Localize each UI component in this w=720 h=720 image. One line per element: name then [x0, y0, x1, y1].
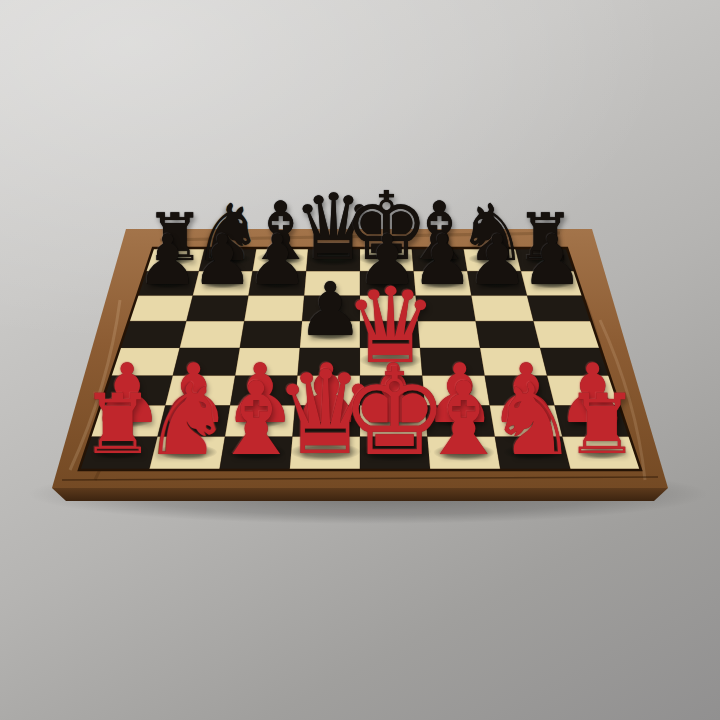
square-f4 — [420, 348, 485, 376]
square-f2 — [425, 406, 495, 437]
square-e8 — [360, 248, 414, 271]
square-d2 — [293, 406, 360, 437]
square-g3 — [485, 376, 555, 406]
square-g2 — [490, 406, 563, 437]
square-a6 — [129, 296, 193, 322]
square-f3 — [422, 376, 489, 406]
square-e7 — [360, 271, 416, 295]
square-b5 — [180, 321, 245, 348]
square-a3 — [100, 376, 172, 406]
square-c8 — [253, 248, 309, 271]
square-f5 — [418, 321, 480, 348]
square-b4 — [173, 348, 240, 376]
square-h7 — [521, 271, 583, 295]
square-b7 — [193, 271, 253, 295]
square-h5 — [534, 321, 601, 348]
square-h3 — [547, 376, 619, 406]
board-front-rim — [52, 488, 668, 501]
square-b3 — [165, 376, 235, 406]
square-d3 — [295, 376, 360, 406]
square-f6 — [416, 296, 476, 322]
square-c6 — [244, 296, 304, 322]
square-c5 — [240, 321, 302, 348]
square-d5 — [300, 321, 360, 348]
square-b1 — [149, 437, 225, 470]
square-g6 — [471, 296, 533, 322]
playing-area — [79, 248, 641, 470]
square-e3 — [360, 376, 425, 406]
square-a2 — [90, 406, 165, 437]
square-c2 — [225, 406, 295, 437]
square-b2 — [158, 406, 231, 437]
square-e5 — [360, 321, 420, 348]
square-h1 — [562, 437, 641, 470]
square-g4 — [480, 348, 547, 376]
square-e4 — [360, 348, 422, 376]
scene: ♜♞♝♛♚♝♞♜♟♟♟♟♟♟♟♟♛♟♟♟♟♟♟♟♟♜♞♝♛♚♝♞♜ — [0, 0, 720, 720]
square-d1 — [290, 437, 360, 470]
square-d4 — [298, 348, 360, 376]
square-g5 — [476, 321, 541, 348]
square-f7 — [414, 271, 472, 295]
square-a8 — [145, 248, 205, 271]
square-h4 — [540, 348, 609, 376]
chess-board — [0, 0, 720, 720]
square-e1 — [360, 437, 430, 470]
square-e2 — [360, 406, 427, 437]
square-f8 — [412, 248, 468, 271]
square-c7 — [249, 271, 307, 295]
square-c3 — [230, 376, 297, 406]
square-h8 — [515, 248, 575, 271]
square-g7 — [467, 271, 527, 295]
square-d7 — [304, 271, 360, 295]
square-c1 — [220, 437, 293, 470]
square-c4 — [235, 348, 300, 376]
square-g8 — [464, 248, 522, 271]
square-g1 — [495, 437, 571, 470]
square-e6 — [360, 296, 418, 322]
square-b6 — [186, 296, 248, 322]
square-a4 — [110, 348, 179, 376]
square-a1 — [79, 437, 158, 470]
square-a5 — [120, 321, 187, 348]
square-d8 — [306, 248, 360, 271]
square-d6 — [302, 296, 360, 322]
square-h2 — [555, 406, 630, 437]
square-b8 — [199, 248, 257, 271]
square-f1 — [427, 437, 500, 470]
square-h6 — [527, 296, 591, 322]
square-a7 — [137, 271, 199, 295]
